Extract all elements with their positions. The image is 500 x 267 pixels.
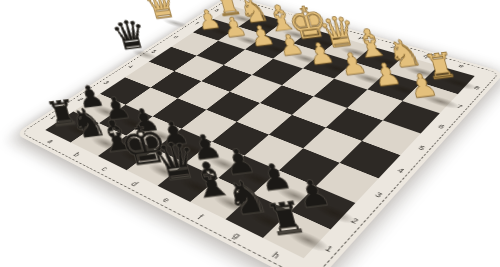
square-h7: ♟ bbox=[403, 83, 458, 113]
product-photo-scene: abcdefgh abcdefgh 87654321 87654321 ♜♞♝♚… bbox=[0, 0, 500, 267]
vinyl-board-mat: abcdefgh abcdefgh 87654321 87654321 ♜♞♝♚… bbox=[15, 0, 500, 267]
coord-label: f bbox=[192, 212, 207, 222]
black-rook-icon: ♜ bbox=[243, 192, 329, 244]
black-queen-icon: ♛ bbox=[99, 13, 161, 58]
chess-board-3d: abcdefgh abcdefgh 87654321 87654321 ♜♞♝♚… bbox=[15, 0, 500, 267]
camel-pawn-icon: ♟ bbox=[388, 66, 457, 104]
